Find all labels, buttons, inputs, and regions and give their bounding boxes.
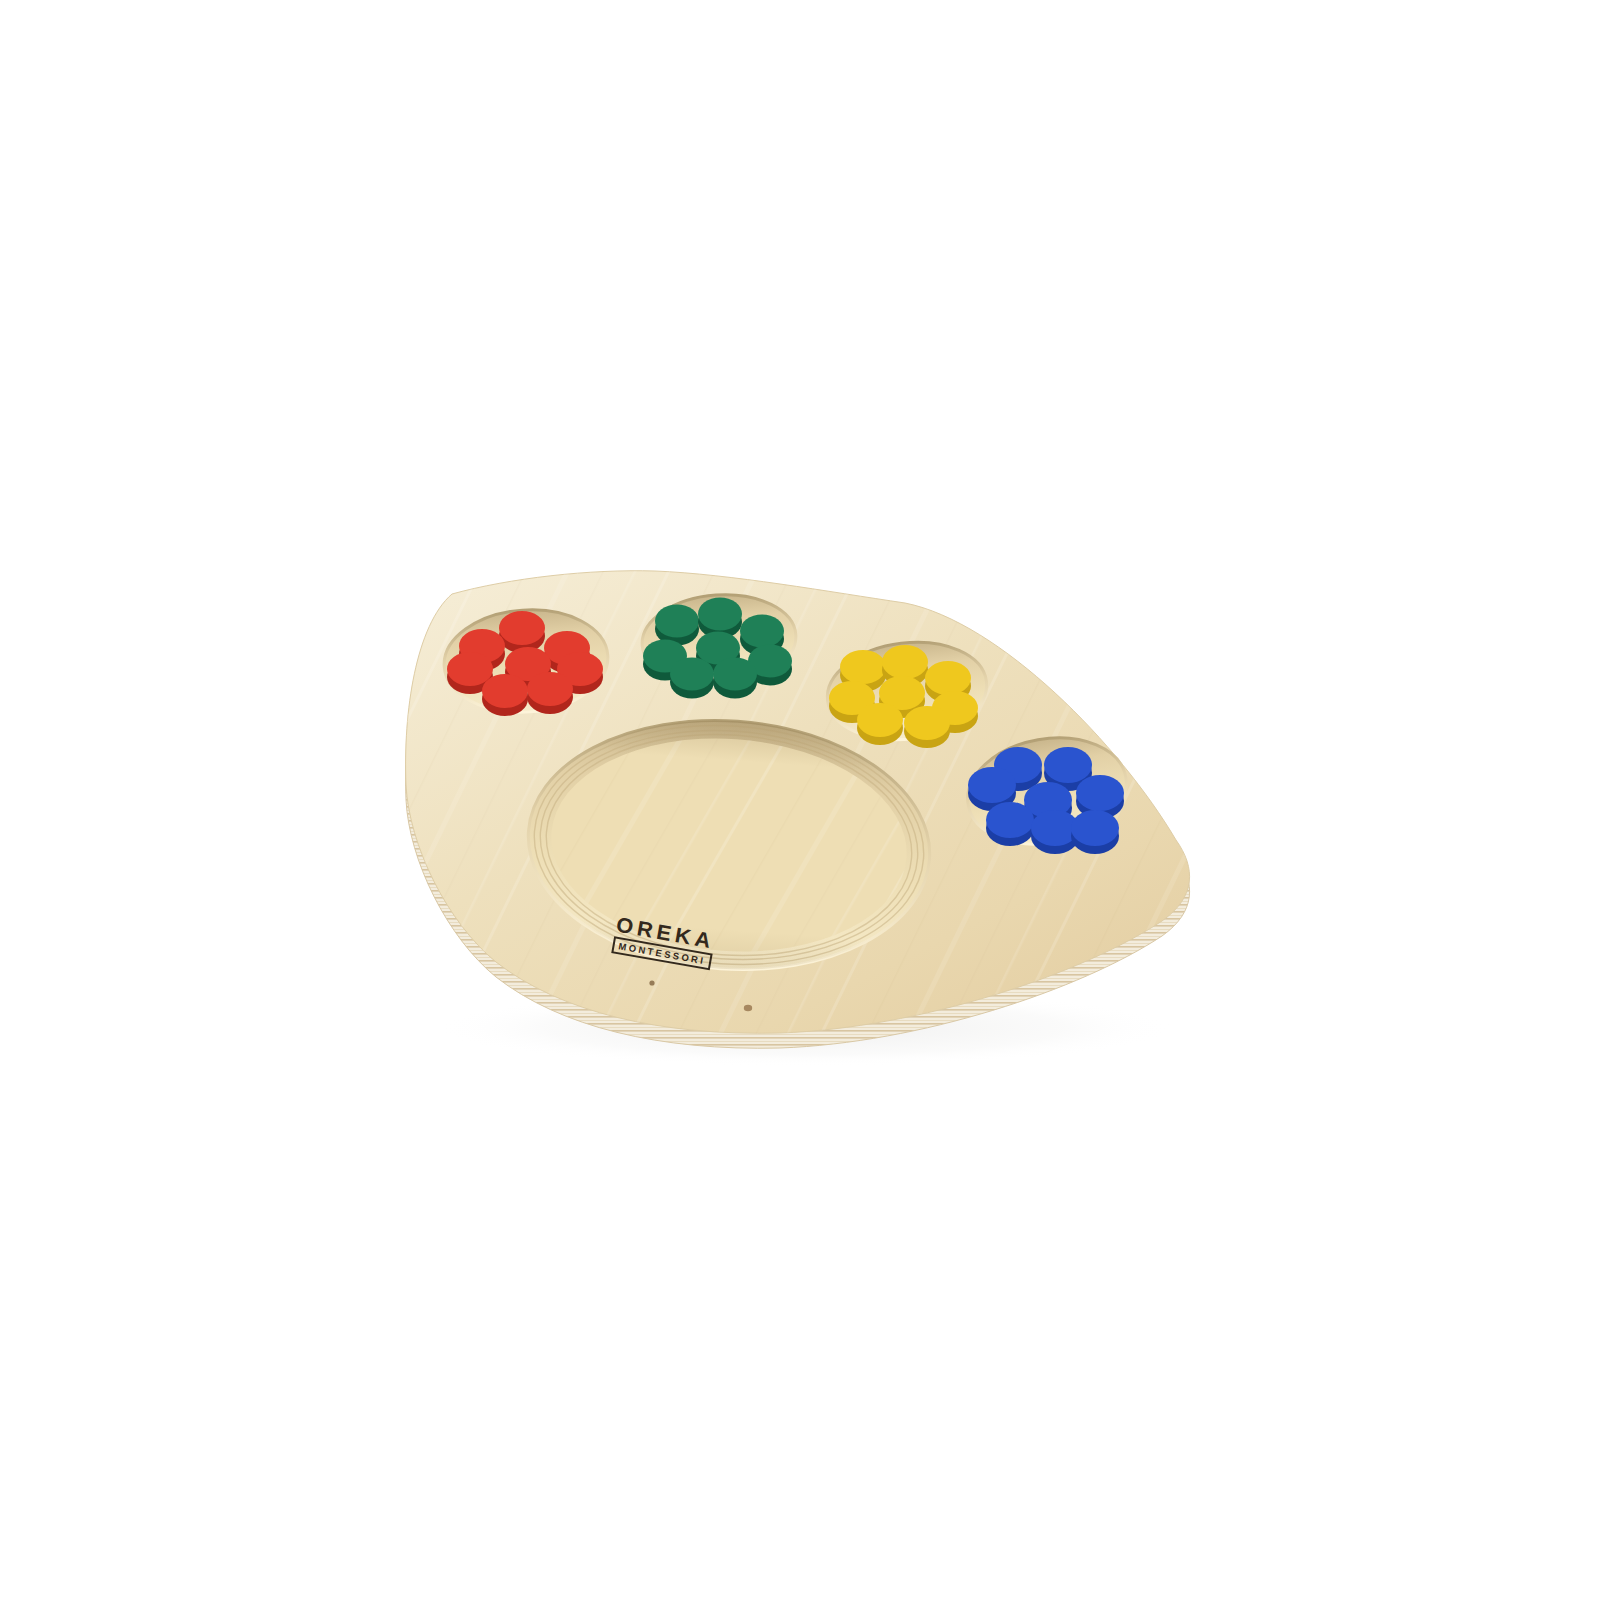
chip-blue-8[interactable] — [1071, 810, 1119, 854]
sorting-tray-board — [0, 0, 1600, 1600]
chip-green-7[interactable] — [670, 658, 714, 699]
wood-knot — [744, 1005, 752, 1011]
wood-knot — [649, 980, 654, 985]
chip-red-8[interactable] — [527, 672, 573, 714]
chip-red-7[interactable] — [482, 674, 528, 716]
product-photo-stage: OREKA MONTESSORI — [0, 0, 1600, 1600]
chip-green-8[interactable] — [713, 658, 757, 699]
chip-green-1[interactable] — [655, 605, 699, 646]
chip-yellow-7[interactable] — [857, 703, 903, 745]
chip-blue-6[interactable] — [986, 802, 1034, 846]
chip-yellow-8[interactable] — [904, 706, 950, 748]
chip-red-1[interactable] — [499, 611, 545, 653]
